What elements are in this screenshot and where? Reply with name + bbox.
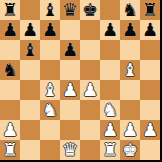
square-b7[interactable]: ♟	[20, 20, 40, 40]
piece-white-pawn[interactable]: ♟	[102, 120, 118, 140]
square-a5[interactable]: ♞	[0, 60, 20, 80]
square-a7[interactable]: ♟	[0, 20, 20, 40]
piece-black-pawn[interactable]: ♟	[102, 20, 118, 40]
square-g4[interactable]	[120, 80, 140, 100]
chess-board: ♜♝♛♚♞♜♟♟♟♟♟♟♝♟♞♝♝♟♟♞♞♟♟♟♟♜♛♜♚	[0, 0, 160, 160]
piece-white-pawn[interactable]: ♟	[122, 120, 138, 140]
piece-black-bishop[interactable]: ♝	[22, 40, 38, 60]
square-a2[interactable]: ♟	[0, 120, 20, 140]
square-f3[interactable]: ♞	[100, 100, 120, 120]
piece-black-bishop[interactable]: ♝	[42, 0, 58, 20]
piece-black-knight[interactable]: ♞	[122, 0, 138, 20]
square-f7[interactable]: ♟	[100, 20, 120, 40]
square-c6[interactable]	[40, 40, 60, 60]
square-e8[interactable]: ♚	[80, 0, 100, 20]
piece-white-pawn[interactable]: ♟	[62, 80, 78, 100]
square-h2[interactable]: ♟	[140, 120, 160, 140]
square-a6[interactable]	[0, 40, 20, 60]
square-e2[interactable]	[80, 120, 100, 140]
piece-white-queen[interactable]: ♛	[62, 140, 78, 160]
square-c2[interactable]	[40, 120, 60, 140]
square-g3[interactable]	[120, 100, 140, 120]
piece-white-rook[interactable]: ♜	[2, 140, 18, 160]
piece-white-pawn[interactable]: ♟	[82, 80, 98, 100]
square-c3[interactable]: ♞	[40, 100, 60, 120]
square-c1[interactable]	[40, 140, 60, 160]
piece-black-rook[interactable]: ♜	[2, 0, 18, 20]
square-h8[interactable]: ♜	[140, 0, 160, 20]
square-g1[interactable]: ♚	[120, 140, 140, 160]
square-g2[interactable]: ♟	[120, 120, 140, 140]
square-b5[interactable]	[20, 60, 40, 80]
square-h3[interactable]	[140, 100, 160, 120]
square-d3[interactable]	[60, 100, 80, 120]
square-f8[interactable]	[100, 0, 120, 20]
square-g7[interactable]: ♟	[120, 20, 140, 40]
square-e5[interactable]	[80, 60, 100, 80]
piece-black-queen[interactable]: ♛	[62, 0, 78, 20]
square-g5[interactable]: ♝	[120, 60, 140, 80]
square-b4[interactable]	[20, 80, 40, 100]
square-e4[interactable]: ♟	[80, 80, 100, 100]
piece-black-pawn[interactable]: ♟	[62, 40, 78, 60]
square-h4[interactable]	[140, 80, 160, 100]
square-b3[interactable]	[20, 100, 40, 120]
square-c8[interactable]: ♝	[40, 0, 60, 20]
square-a4[interactable]	[0, 80, 20, 100]
piece-black-pawn[interactable]: ♟	[22, 20, 38, 40]
piece-black-rook[interactable]: ♜	[142, 0, 158, 20]
piece-white-rook[interactable]: ♜	[102, 140, 118, 160]
square-b6[interactable]: ♝	[20, 40, 40, 60]
square-b8[interactable]	[20, 0, 40, 20]
square-h1[interactable]	[140, 140, 160, 160]
square-f1[interactable]: ♜	[100, 140, 120, 160]
piece-black-king[interactable]: ♚	[82, 0, 98, 20]
piece-black-knight[interactable]: ♞	[2, 60, 18, 80]
square-f4[interactable]	[100, 80, 120, 100]
square-a8[interactable]: ♜	[0, 0, 20, 20]
square-d4[interactable]: ♟	[60, 80, 80, 100]
piece-white-bishop[interactable]: ♝	[42, 80, 58, 100]
piece-white-king[interactable]: ♚	[122, 140, 138, 160]
piece-white-pawn[interactable]: ♟	[142, 120, 158, 140]
square-h7[interactable]: ♟	[140, 20, 160, 40]
square-g6[interactable]	[120, 40, 140, 60]
square-d1[interactable]: ♛	[60, 140, 80, 160]
square-a3[interactable]	[0, 100, 20, 120]
piece-white-knight[interactable]: ♞	[102, 100, 118, 120]
piece-black-pawn[interactable]: ♟	[122, 20, 138, 40]
piece-white-pawn[interactable]: ♟	[2, 120, 18, 140]
piece-white-bishop[interactable]: ♝	[122, 60, 138, 80]
square-c5[interactable]	[40, 60, 60, 80]
square-f5[interactable]	[100, 60, 120, 80]
square-h5[interactable]	[140, 60, 160, 80]
piece-black-pawn[interactable]: ♟	[2, 20, 18, 40]
square-c4[interactable]: ♝	[40, 80, 60, 100]
square-d5[interactable]	[60, 60, 80, 80]
square-d6[interactable]: ♟	[60, 40, 80, 60]
square-e7[interactable]	[80, 20, 100, 40]
chess-board-frame: ♜♝♛♚♞♜♟♟♟♟♟♟♝♟♞♝♝♟♟♞♞♟♟♟♟♜♛♜♚	[0, 0, 162, 162]
piece-black-pawn[interactable]: ♟	[42, 20, 58, 40]
square-f6[interactable]	[100, 40, 120, 60]
square-d7[interactable]	[60, 20, 80, 40]
square-d2[interactable]	[60, 120, 80, 140]
square-d8[interactable]: ♛	[60, 0, 80, 20]
square-e6[interactable]	[80, 40, 100, 60]
square-c7[interactable]: ♟	[40, 20, 60, 40]
square-g8[interactable]: ♞	[120, 0, 140, 20]
square-f2[interactable]: ♟	[100, 120, 120, 140]
piece-white-knight[interactable]: ♞	[42, 100, 58, 120]
square-h6[interactable]	[140, 40, 160, 60]
square-e1[interactable]	[80, 140, 100, 160]
square-e3[interactable]	[80, 100, 100, 120]
square-a1[interactable]: ♜	[0, 140, 20, 160]
piece-black-pawn[interactable]: ♟	[142, 20, 158, 40]
square-b2[interactable]	[20, 120, 40, 140]
square-b1[interactable]	[20, 140, 40, 160]
